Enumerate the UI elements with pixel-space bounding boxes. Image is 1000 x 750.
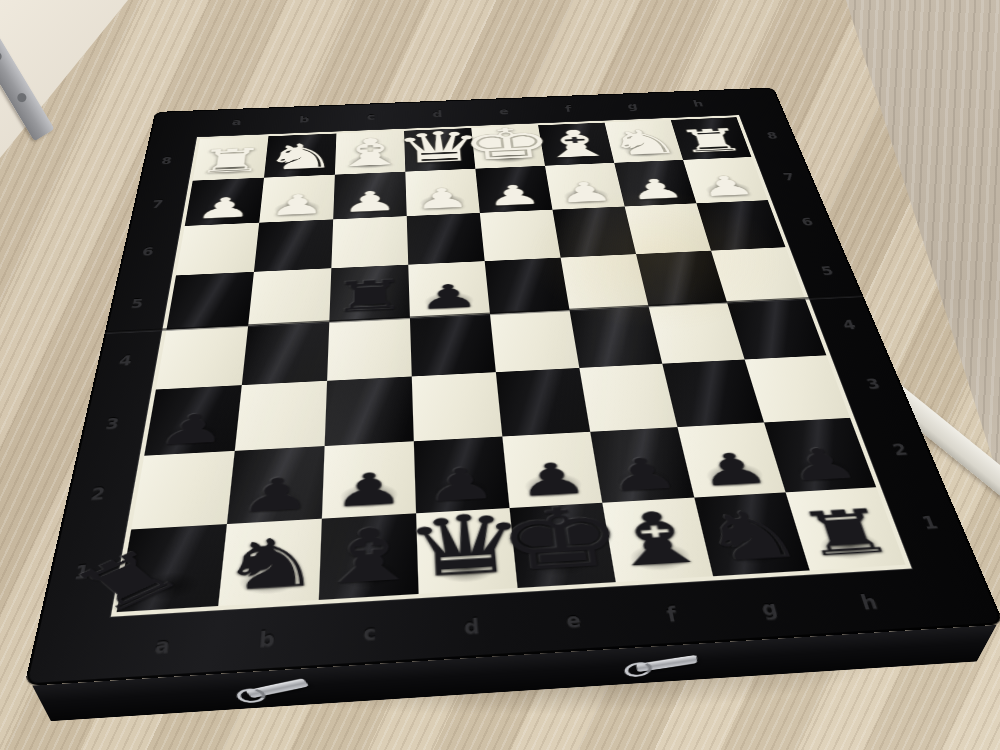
coord-label-3: 3 bbox=[864, 376, 883, 392]
coord-label-1: 1 bbox=[919, 513, 941, 533]
coord-label-a: a bbox=[153, 634, 171, 658]
white-pawn-b7[interactable]: ♟ bbox=[267, 190, 326, 220]
white-pawn-a7[interactable]: ♟ bbox=[193, 193, 254, 223]
square-a7[interactable]: ♟ bbox=[185, 178, 264, 226]
black-pawn-e2[interactable]: ♟ bbox=[514, 456, 591, 504]
chess-board[interactable]: abcdefgh abcdefgh 87654321 87654321 ♜♞♝♛… bbox=[24, 88, 1000, 686]
square-f7[interactable]: ♟ bbox=[545, 163, 625, 210]
square-h1[interactable]: ♜ bbox=[786, 487, 906, 570]
coord-label-4: 4 bbox=[118, 353, 134, 369]
black-bishop-f1[interactable]: ♝ bbox=[595, 501, 720, 579]
square-g2[interactable]: ♟ bbox=[677, 422, 785, 497]
square-a6[interactable] bbox=[176, 223, 259, 276]
square-c2[interactable]: ♟ bbox=[322, 441, 416, 518]
square-d4[interactable] bbox=[410, 314, 496, 376]
square-c4[interactable] bbox=[327, 318, 412, 381]
piece-shadow bbox=[123, 564, 216, 608]
coord-label-3: 3 bbox=[104, 415, 121, 432]
black-pawn-a3[interactable]: ♟ bbox=[155, 407, 230, 451]
square-b2[interactable]: ♟ bbox=[227, 446, 325, 524]
white-knight-b8[interactable]: ♞ bbox=[262, 138, 339, 176]
square-c3[interactable] bbox=[325, 376, 414, 446]
black-bishop-c1[interactable]: ♝ bbox=[311, 516, 427, 596]
square-c6[interactable] bbox=[331, 216, 408, 268]
white-rook-h8[interactable]: ♜ bbox=[673, 124, 750, 157]
square-e3[interactable] bbox=[496, 368, 590, 437]
white-pawn-h7[interactable]: ♟ bbox=[695, 172, 759, 201]
coord-label-2: 2 bbox=[89, 484, 107, 503]
coord-label-6: 6 bbox=[141, 245, 155, 258]
coord-label-c: c bbox=[363, 622, 376, 645]
piece-shadow bbox=[601, 462, 688, 500]
square-h4[interactable] bbox=[727, 299, 826, 360]
piece-shadow bbox=[780, 452, 870, 489]
coord-label-d: d bbox=[432, 109, 443, 119]
piece-shadow bbox=[803, 525, 899, 567]
white-pawn-e7[interactable]: ♟ bbox=[484, 181, 544, 211]
square-a1[interactable]: ♜ bbox=[117, 524, 227, 612]
black-pawn-c2[interactable]: ♟ bbox=[332, 466, 406, 515]
square-h7[interactable]: ♟ bbox=[683, 157, 768, 203]
piece-shadow bbox=[233, 482, 318, 521]
coord-label-b: b bbox=[258, 628, 275, 652]
square-f3[interactable] bbox=[579, 364, 677, 432]
coord-label-b: b bbox=[299, 114, 310, 124]
piece-shadow bbox=[225, 558, 315, 602]
black-rook-h1[interactable]: ♜ bbox=[791, 501, 904, 566]
black-pawn-d5[interactable]: ♟ bbox=[417, 279, 481, 315]
square-b4[interactable] bbox=[242, 322, 330, 385]
coord-label-f: f bbox=[665, 603, 679, 626]
square-c1[interactable]: ♝ bbox=[319, 513, 419, 600]
black-rook-c5[interactable]: ♜ bbox=[330, 274, 409, 319]
piece-shadow bbox=[511, 467, 596, 505]
white-pawn-d7[interactable]: ♟ bbox=[413, 184, 471, 214]
square-e4[interactable] bbox=[490, 310, 579, 372]
piece-shadow bbox=[420, 472, 503, 510]
piece-shadow bbox=[325, 553, 413, 596]
square-c5[interactable]: ♜ bbox=[329, 265, 410, 322]
square-d7[interactable]: ♟ bbox=[405, 169, 479, 216]
square-d3[interactable] bbox=[412, 372, 503, 441]
square-d2[interactable]: ♟ bbox=[414, 436, 510, 513]
square-f6[interactable] bbox=[552, 206, 636, 257]
white-pawn-g7[interactable]: ♟ bbox=[625, 175, 688, 204]
square-a2[interactable] bbox=[131, 451, 235, 530]
square-a8[interactable]: ♜ bbox=[193, 136, 269, 180]
latch-right bbox=[636, 655, 697, 672]
black-knight-b1[interactable]: ♞ bbox=[215, 527, 325, 601]
coord-label-1: 1 bbox=[72, 561, 91, 583]
square-e1[interactable]: ♚ bbox=[510, 503, 616, 588]
coord-label-7: 7 bbox=[782, 171, 797, 182]
coord-label-e: e bbox=[565, 609, 583, 632]
black-queen-d1[interactable]: ♛ bbox=[401, 502, 533, 591]
latch-left bbox=[245, 678, 309, 698]
square-e2[interactable]: ♟ bbox=[502, 432, 602, 508]
square-e7[interactable]: ♟ bbox=[475, 166, 552, 213]
square-e5[interactable] bbox=[485, 258, 570, 314]
black-pawn-g2[interactable]: ♟ bbox=[693, 446, 775, 493]
square-g7[interactable]: ♟ bbox=[614, 160, 696, 207]
square-g1[interactable]: ♞ bbox=[694, 492, 809, 576]
square-b1[interactable]: ♞ bbox=[218, 519, 322, 606]
square-b7[interactable]: ♟ bbox=[259, 175, 335, 223]
board-stage: abcdefgh abcdefgh 87654321 87654321 ♜♞♝♛… bbox=[0, 0, 1000, 750]
coord-label-8: 8 bbox=[160, 155, 173, 166]
black-pawn-f2[interactable]: ♟ bbox=[604, 451, 684, 499]
piece-shadow bbox=[709, 531, 803, 573]
square-g3[interactable] bbox=[662, 359, 764, 427]
coord-label-6: 6 bbox=[800, 216, 816, 228]
coord-label-2: 2 bbox=[890, 441, 910, 459]
square-d6[interactable] bbox=[407, 213, 485, 265]
square-b3[interactable] bbox=[235, 381, 327, 451]
square-b6[interactable] bbox=[254, 219, 333, 271]
square-a3[interactable]: ♟ bbox=[144, 385, 242, 456]
coord-label-5: 5 bbox=[130, 297, 145, 311]
white-knight-g8[interactable]: ♞ bbox=[603, 124, 685, 161]
white-rook-a8[interactable]: ♜ bbox=[194, 144, 268, 179]
square-b8[interactable]: ♞ bbox=[264, 134, 336, 178]
coord-label-c: c bbox=[367, 112, 375, 122]
coord-label-e: e bbox=[499, 106, 510, 116]
piece-shadow bbox=[691, 457, 779, 494]
piece-shadow bbox=[615, 536, 707, 578]
square-c7[interactable]: ♟ bbox=[333, 172, 407, 220]
white-pawn-c7[interactable]: ♟ bbox=[341, 187, 399, 217]
square-f5[interactable] bbox=[561, 254, 649, 310]
coord-label-f: f bbox=[564, 104, 572, 114]
square-e6[interactable] bbox=[480, 210, 561, 261]
coord-label-8: 8 bbox=[765, 130, 779, 140]
black-pawn-b2[interactable]: ♟ bbox=[238, 471, 314, 520]
coord-label-5: 5 bbox=[819, 264, 835, 277]
black-pawn-h2[interactable]: ♟ bbox=[781, 441, 866, 488]
coord-label-g: g bbox=[759, 597, 780, 620]
square-h8[interactable]: ♜ bbox=[671, 117, 752, 160]
black-knight-g1[interactable]: ♞ bbox=[693, 501, 812, 573]
square-d5[interactable]: ♟ bbox=[408, 261, 490, 318]
black-king-e1[interactable]: ♚ bbox=[493, 495, 632, 585]
square-f4[interactable] bbox=[570, 306, 663, 368]
coord-label-a: a bbox=[231, 117, 242, 127]
white-pawn-f7[interactable]: ♟ bbox=[555, 178, 616, 207]
coord-label-4: 4 bbox=[841, 317, 858, 332]
black-pawn-d2[interactable]: ♟ bbox=[424, 461, 499, 509]
piece-shadow bbox=[328, 477, 411, 516]
square-f2[interactable]: ♟ bbox=[590, 427, 694, 503]
coord-label-h: h bbox=[692, 99, 705, 109]
square-a4[interactable] bbox=[156, 326, 248, 390]
coord-label-d: d bbox=[463, 615, 480, 638]
square-a5[interactable] bbox=[166, 272, 253, 330]
piece-shadow bbox=[150, 417, 233, 452]
coord-label-g: g bbox=[626, 101, 638, 111]
square-b5[interactable] bbox=[248, 268, 331, 325]
piece-shadow bbox=[519, 542, 609, 585]
square-h3[interactable] bbox=[745, 355, 850, 422]
coord-label-h: h bbox=[858, 591, 880, 614]
square-d1[interactable]: ♛ bbox=[416, 508, 518, 594]
room-photo: abcdefgh abcdefgh 87654321 87654321 ♜♞♝♛… bbox=[0, 0, 1000, 750]
square-g8[interactable]: ♞ bbox=[605, 120, 683, 163]
square-h2[interactable]: ♟ bbox=[764, 418, 876, 493]
square-f1[interactable]: ♝ bbox=[602, 498, 713, 583]
square-h6[interactable] bbox=[696, 200, 785, 251]
coord-label-7: 7 bbox=[151, 198, 164, 210]
square-h5[interactable] bbox=[711, 247, 805, 302]
piece-shadow bbox=[423, 547, 511, 590]
